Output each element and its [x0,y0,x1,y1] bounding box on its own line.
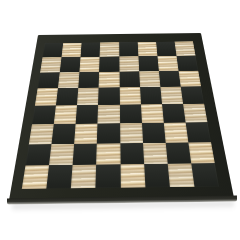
board-square[interactable] [120,143,144,165]
board-square[interactable] [46,165,72,189]
board-square[interactable] [100,42,119,56]
board-square[interactable] [56,88,78,105]
board-square[interactable] [138,56,159,71]
board-square[interactable] [22,165,49,189]
board-square[interactable] [77,88,99,105]
board-square[interactable] [99,71,119,87]
board-square[interactable] [96,143,120,165]
board-square[interactable] [141,104,164,123]
board-square[interactable] [139,71,160,87]
board-square[interactable] [183,104,207,123]
board-square[interactable] [119,42,138,56]
board-square[interactable] [98,87,119,104]
board-square[interactable] [60,57,81,72]
board-square[interactable] [191,163,219,186]
board-square[interactable] [32,105,56,124]
board-shadow [12,202,234,212]
board-square[interactable] [176,55,198,70]
board-square[interactable] [80,57,100,72]
product-photo [0,0,240,240]
board-square[interactable] [120,123,143,143]
board-square[interactable] [144,164,170,188]
board-square[interactable] [164,122,189,142]
board-square[interactable] [98,105,120,124]
board-square[interactable] [71,165,96,189]
board-square[interactable] [73,143,97,165]
board-square[interactable] [62,43,82,57]
board-square[interactable] [143,142,168,164]
board-square[interactable] [186,122,211,142]
board-square[interactable] [181,86,205,103]
board-square[interactable] [160,87,183,104]
board-square[interactable] [119,71,140,87]
board-square[interactable] [78,72,99,88]
board-square[interactable] [25,144,51,166]
board-square[interactable] [188,142,215,164]
board-square[interactable] [120,164,145,188]
board-square[interactable] [29,124,54,144]
board-square[interactable] [174,41,195,55]
board-square[interactable] [119,56,139,71]
board-square[interactable] [159,71,181,87]
board-square[interactable] [167,164,194,187]
board-square[interactable] [35,88,58,105]
board-square[interactable] [156,42,176,56]
board-grid [22,41,219,189]
board-square[interactable] [49,144,74,166]
board-square[interactable] [76,105,99,124]
board-square[interactable] [40,57,61,72]
board-square[interactable] [58,72,80,88]
board-square[interactable] [178,70,201,86]
board-square[interactable] [52,124,76,144]
board-square[interactable] [96,164,121,188]
board-square[interactable] [119,87,140,104]
board-square[interactable] [157,56,178,71]
board-square[interactable] [74,123,97,143]
board-square[interactable] [97,123,120,143]
board-square[interactable] [54,105,77,124]
board-square[interactable] [99,56,119,71]
board-square[interactable] [42,43,63,57]
board-square[interactable] [137,42,157,56]
board-square[interactable] [162,104,186,123]
board-square[interactable] [120,104,142,123]
chess-board [9,33,234,200]
board-square[interactable] [81,42,101,56]
board-square[interactable] [165,142,191,164]
board-square[interactable] [142,123,166,143]
board-square[interactable] [38,72,60,88]
board-square[interactable] [140,87,162,104]
